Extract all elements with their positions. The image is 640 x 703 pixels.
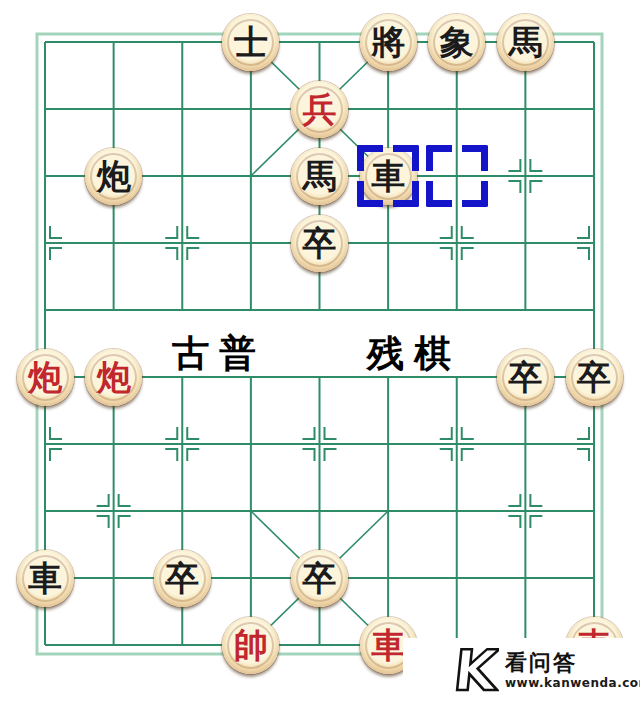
piece-red-general[interactable]: 帥 (222, 617, 279, 674)
piece-red-cannon[interactable]: 炮 (17, 349, 74, 406)
piece-black-horse[interactable]: 馬 (497, 14, 554, 71)
piece-black-cannon[interactable]: 炮 (85, 148, 142, 205)
piece-glyph: 炮 (97, 159, 131, 193)
piece-glyph: 卒 (303, 561, 337, 595)
watermark-brand: 看问答 (505, 651, 577, 675)
piece-glyph: 將 (371, 25, 405, 59)
piece-glyph: 車 (28, 561, 62, 595)
piece-black-soldier[interactable]: 卒 (497, 349, 554, 406)
piece-glyph: 馬 (303, 159, 337, 193)
river-text-left: 古普 (172, 329, 266, 379)
piece-red-soldier[interactable]: 兵 (291, 81, 348, 138)
piece-glyph: 炮 (97, 360, 131, 394)
piece-black-chariot[interactable]: 車 (17, 550, 74, 607)
piece-black-soldier[interactable]: 卒 (154, 550, 211, 607)
piece-glyph: 卒 (165, 561, 199, 595)
piece-black-soldier[interactable]: 卒 (566, 349, 623, 406)
piece-red-cannon[interactable]: 炮 (85, 349, 142, 406)
piece-glyph: 車 (371, 159, 405, 193)
piece-black-chariot[interactable]: 車 (360, 148, 417, 205)
piece-glyph: 兵 (303, 92, 337, 126)
piece-glyph: 卒 (303, 226, 337, 260)
piece-black-horse[interactable]: 馬 (291, 148, 348, 205)
river-text-right: 残棋 (367, 329, 461, 379)
piece-glyph: 士 (234, 25, 268, 59)
piece-glyph: 象 (440, 25, 474, 59)
watermark-url: www.kanwenda.com (505, 676, 640, 690)
piece-glyph: 帥 (234, 628, 268, 662)
watermark: K 看问答 www.kanwenda.com (403, 638, 640, 703)
piece-glyph: 炮 (28, 360, 62, 394)
piece-black-soldier[interactable]: 卒 (291, 215, 348, 272)
piece-black-general[interactable]: 將 (360, 14, 417, 71)
xiangqi-board-page: 古普 残棋 士將象馬兵炮馬車卒炮炮卒卒車卒卒帥車車 K 看问答 www.kanw… (0, 0, 640, 703)
piece-black-elephant[interactable]: 象 (428, 14, 485, 71)
piece-black-soldier[interactable]: 卒 (291, 550, 348, 607)
piece-black-advisor[interactable]: 士 (222, 14, 279, 71)
kanwenda-logo-icon: K (447, 643, 499, 699)
svg-text:K: K (451, 643, 499, 699)
piece-glyph: 卒 (508, 360, 542, 394)
piece-glyph: 卒 (577, 360, 611, 394)
piece-glyph: 馬 (508, 25, 542, 59)
piece-glyph: 車 (371, 628, 405, 662)
